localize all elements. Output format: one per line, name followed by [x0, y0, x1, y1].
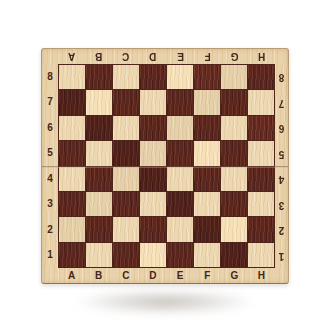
square-b2[interactable] [86, 217, 112, 241]
square-h6[interactable] [248, 116, 274, 140]
square-f6[interactable] [194, 116, 220, 140]
square-e5[interactable] [167, 141, 193, 165]
rank-label-2: 2 [275, 217, 288, 243]
square-h3[interactable] [248, 192, 274, 216]
square-e7[interactable] [167, 90, 193, 114]
rank-label-4: 4 [42, 166, 58, 192]
square-a7[interactable] [59, 90, 85, 114]
square-h5[interactable] [248, 141, 274, 165]
file-label-g: G [221, 268, 248, 283]
square-g4[interactable] [221, 167, 247, 191]
square-c7[interactable] [113, 90, 139, 114]
square-f4[interactable] [194, 167, 220, 191]
rank-label-4: 4 [275, 166, 288, 192]
square-d3[interactable] [140, 192, 166, 216]
rank-label-8: 8 [275, 64, 288, 90]
square-e1[interactable] [167, 243, 193, 267]
rank-label-1: 1 [275, 243, 288, 269]
square-f5[interactable] [194, 141, 220, 165]
square-d2[interactable] [140, 217, 166, 241]
square-g7[interactable] [221, 90, 247, 114]
file-labels-bottom: ABCDEFGH [58, 268, 275, 283]
rank-label-5: 5 [42, 141, 58, 167]
square-h8[interactable] [248, 65, 274, 89]
square-a6[interactable] [59, 116, 85, 140]
square-f3[interactable] [194, 192, 220, 216]
square-c3[interactable] [113, 192, 139, 216]
rank-label-1: 1 [42, 243, 58, 269]
file-labels-top: ABCDEFGH [58, 49, 275, 64]
square-h4[interactable] [248, 167, 274, 191]
rank-label-7: 7 [275, 90, 288, 116]
square-g2[interactable] [221, 217, 247, 241]
file-label-e: E [167, 268, 194, 283]
square-a3[interactable] [59, 192, 85, 216]
file-label-g: G [221, 49, 248, 64]
file-label-f: F [194, 49, 221, 64]
file-label-b: B [85, 268, 112, 283]
square-g6[interactable] [221, 116, 247, 140]
board-grid [58, 64, 275, 268]
square-f7[interactable] [194, 90, 220, 114]
chess-board: ABCDEFGH ABCDEFGH 87654321 87654321 [41, 48, 289, 284]
square-d6[interactable] [140, 116, 166, 140]
rank-label-3: 3 [275, 192, 288, 218]
square-g1[interactable] [221, 243, 247, 267]
square-b8[interactable] [86, 65, 112, 89]
board-shadow [44, 292, 286, 320]
square-a5[interactable] [59, 141, 85, 165]
rank-label-2: 2 [42, 217, 58, 243]
rank-label-3: 3 [42, 192, 58, 218]
square-h1[interactable] [248, 243, 274, 267]
square-e8[interactable] [167, 65, 193, 89]
rank-label-6: 6 [275, 115, 288, 141]
square-c1[interactable] [113, 243, 139, 267]
square-c8[interactable] [113, 65, 139, 89]
square-b6[interactable] [86, 116, 112, 140]
square-a2[interactable] [59, 217, 85, 241]
file-label-c: C [112, 49, 139, 64]
square-f1[interactable] [194, 243, 220, 267]
square-d8[interactable] [140, 65, 166, 89]
rank-label-7: 7 [42, 90, 58, 116]
square-h7[interactable] [248, 90, 274, 114]
square-a8[interactable] [59, 65, 85, 89]
square-b3[interactable] [86, 192, 112, 216]
square-e2[interactable] [167, 217, 193, 241]
file-label-a: A [58, 268, 85, 283]
square-e6[interactable] [167, 116, 193, 140]
file-label-b: B [85, 49, 112, 64]
square-a1[interactable] [59, 243, 85, 267]
rank-labels-right: 87654321 [275, 64, 288, 268]
rank-label-6: 6 [42, 115, 58, 141]
square-a4[interactable] [59, 167, 85, 191]
square-f2[interactable] [194, 217, 220, 241]
square-d1[interactable] [140, 243, 166, 267]
file-label-h: H [248, 268, 275, 283]
file-label-d: D [139, 268, 166, 283]
square-g8[interactable] [221, 65, 247, 89]
square-c6[interactable] [113, 116, 139, 140]
file-label-d: D [139, 49, 166, 64]
rank-label-8: 8 [42, 64, 58, 90]
file-label-e: E [167, 49, 194, 64]
square-b5[interactable] [86, 141, 112, 165]
square-f8[interactable] [194, 65, 220, 89]
square-g3[interactable] [221, 192, 247, 216]
square-c4[interactable] [113, 167, 139, 191]
square-c2[interactable] [113, 217, 139, 241]
square-b7[interactable] [86, 90, 112, 114]
square-b1[interactable] [86, 243, 112, 267]
rank-label-5: 5 [275, 141, 288, 167]
square-b4[interactable] [86, 167, 112, 191]
square-h2[interactable] [248, 217, 274, 241]
file-label-f: F [194, 268, 221, 283]
square-e3[interactable] [167, 192, 193, 216]
square-c5[interactable] [113, 141, 139, 165]
file-label-c: C [112, 268, 139, 283]
file-label-a: A [58, 49, 85, 64]
file-label-h: H [248, 49, 275, 64]
square-e4[interactable] [167, 167, 193, 191]
rank-labels-left: 87654321 [42, 64, 58, 268]
square-d7[interactable] [140, 90, 166, 114]
square-d4[interactable] [140, 167, 166, 191]
square-d5[interactable] [140, 141, 166, 165]
square-g5[interactable] [221, 141, 247, 165]
